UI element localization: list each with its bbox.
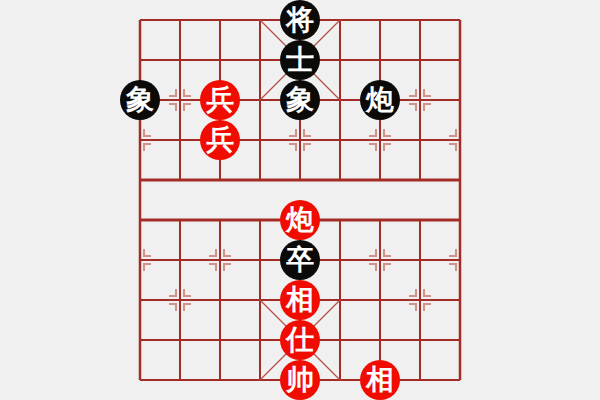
board-intersection[interactable] (200, 360, 240, 400)
board-intersection[interactable] (400, 280, 440, 320)
board-intersection[interactable] (200, 40, 240, 80)
board-intersection[interactable] (200, 0, 240, 40)
board-intersection[interactable] (440, 360, 480, 400)
board-intersection[interactable] (200, 240, 240, 280)
board-intersection[interactable] (400, 360, 440, 400)
board-intersection[interactable]: 士 (280, 40, 320, 80)
board-intersection[interactable] (240, 80, 280, 120)
board-intersection[interactable] (320, 320, 360, 360)
board-intersection[interactable] (440, 80, 480, 120)
board-intersection[interactable] (440, 240, 480, 280)
board-intersection[interactable] (120, 360, 160, 400)
board-intersection[interactable] (440, 120, 480, 160)
board-intersection[interactable] (320, 120, 360, 160)
board-intersection[interactable] (320, 200, 360, 240)
board-intersection[interactable]: 相 (280, 280, 320, 320)
board-intersection[interactable] (240, 120, 280, 160)
board-intersection[interactable] (160, 360, 200, 400)
board-intersection[interactable]: 炮 (280, 200, 320, 240)
board-intersection[interactable] (160, 80, 200, 120)
piece-red-soldier[interactable]: 兵 (200, 80, 240, 120)
board-intersection[interactable] (320, 0, 360, 40)
board-intersection[interactable] (360, 200, 400, 240)
board-intersection[interactable] (160, 160, 200, 200)
board-intersection[interactable] (440, 0, 480, 40)
board-intersection[interactable] (240, 280, 280, 320)
piece-black-general[interactable]: 将 (280, 0, 320, 40)
board-intersection[interactable] (120, 240, 160, 280)
board-intersection[interactable] (160, 240, 200, 280)
board-intersection[interactable] (360, 40, 400, 80)
board-intersection[interactable] (360, 240, 400, 280)
board-grid: 将士象兵象炮兵炮卒相仕帅相 (120, 0, 480, 400)
board-intersection[interactable] (360, 280, 400, 320)
board-intersection[interactable] (120, 120, 160, 160)
board-intersection[interactable] (320, 360, 360, 400)
board-intersection[interactable] (240, 240, 280, 280)
board-intersection[interactable] (400, 240, 440, 280)
board-intersection[interactable] (120, 280, 160, 320)
board-intersection[interactable] (360, 120, 400, 160)
board-intersection[interactable]: 帅 (280, 360, 320, 400)
board-intersection[interactable]: 相 (360, 360, 400, 400)
board-intersection[interactable] (160, 40, 200, 80)
board-intersection[interactable] (200, 200, 240, 240)
board-intersection[interactable] (320, 280, 360, 320)
board-intersection[interactable] (160, 0, 200, 40)
board-intersection[interactable] (120, 160, 160, 200)
board-intersection[interactable]: 仕 (280, 320, 320, 360)
piece-red-advisor[interactable]: 仕 (280, 320, 320, 360)
board-intersection[interactable] (360, 160, 400, 200)
board-intersection[interactable]: 象 (280, 80, 320, 120)
board-intersection[interactable]: 兵 (200, 120, 240, 160)
board-intersection[interactable] (320, 40, 360, 80)
piece-black-advisor[interactable]: 士 (280, 40, 320, 80)
board-intersection[interactable] (320, 160, 360, 200)
piece-black-soldier[interactable]: 卒 (280, 240, 320, 280)
board-intersection[interactable] (240, 160, 280, 200)
board-intersection[interactable] (400, 120, 440, 160)
board-intersection[interactable] (240, 200, 280, 240)
board-intersection[interactable] (440, 200, 480, 240)
piece-black-cannon[interactable]: 炮 (360, 80, 400, 120)
board-intersection[interactable] (440, 160, 480, 200)
board-intersection[interactable]: 兵 (200, 80, 240, 120)
board-intersection[interactable] (440, 280, 480, 320)
board-intersection[interactable] (240, 360, 280, 400)
board-intersection[interactable] (160, 280, 200, 320)
board-intersection[interactable] (240, 40, 280, 80)
board-intersection[interactable] (320, 240, 360, 280)
board-intersection[interactable] (200, 160, 240, 200)
board-intersection[interactable] (360, 320, 400, 360)
board-intersection[interactable]: 炮 (360, 80, 400, 120)
board-intersection[interactable] (280, 160, 320, 200)
piece-black-elephant[interactable]: 象 (280, 80, 320, 120)
board-intersection[interactable] (320, 80, 360, 120)
board-intersection[interactable] (120, 200, 160, 240)
board-intersection[interactable] (400, 0, 440, 40)
piece-red-elephant[interactable]: 相 (360, 360, 400, 400)
board-intersection[interactable] (160, 120, 200, 160)
board-intersection[interactable] (440, 320, 480, 360)
board-intersection[interactable] (120, 40, 160, 80)
piece-red-elephant[interactable]: 相 (280, 280, 320, 320)
board-intersection[interactable] (400, 80, 440, 120)
board-intersection[interactable] (240, 320, 280, 360)
xiangqi-board: 将士象兵象炮兵炮卒相仕帅相 (0, 0, 600, 400)
board-intersection[interactable]: 卒 (280, 240, 320, 280)
board-intersection[interactable] (400, 320, 440, 360)
piece-red-soldier[interactable]: 兵 (200, 120, 240, 160)
board-intersection[interactable] (200, 280, 240, 320)
board-intersection[interactable] (400, 40, 440, 80)
board-intersection[interactable] (200, 320, 240, 360)
board-intersection[interactable]: 象 (120, 80, 160, 120)
board-intersection[interactable] (400, 200, 440, 240)
piece-black-elephant[interactable]: 象 (120, 80, 160, 120)
board-intersection[interactable] (240, 0, 280, 40)
board-intersection[interactable] (280, 120, 320, 160)
board-intersection[interactable]: 将 (280, 0, 320, 40)
board-intersection[interactable] (120, 0, 160, 40)
board-intersection[interactable] (160, 200, 200, 240)
board-intersection[interactable] (160, 320, 200, 360)
piece-red-cannon[interactable]: 炮 (280, 200, 320, 240)
board-intersection[interactable] (400, 160, 440, 200)
board-intersection[interactable] (440, 40, 480, 80)
board-intersection[interactable] (360, 0, 400, 40)
board-intersection[interactable] (120, 320, 160, 360)
piece-red-general[interactable]: 帅 (280, 360, 320, 400)
